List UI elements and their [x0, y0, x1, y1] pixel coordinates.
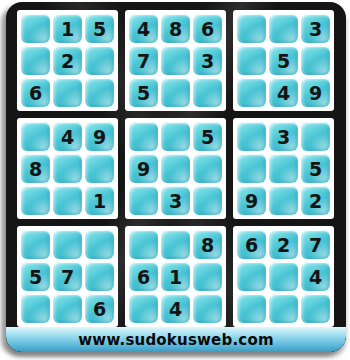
- cell-r9c1[interactable]: [21, 294, 50, 323]
- cell-r5c3[interactable]: [85, 154, 114, 183]
- website-banner: www.sudokusweb.com: [6, 327, 346, 352]
- box-3-3: 6274: [233, 226, 334, 327]
- cell-r2c9[interactable]: [301, 46, 330, 75]
- cell-r1c9[interactable]: 3: [301, 14, 330, 43]
- cell-r6c7[interactable]: 9: [237, 186, 266, 215]
- cell-r7c7[interactable]: 6: [237, 230, 266, 259]
- cell-r9c8[interactable]: [269, 294, 298, 323]
- cell-r8c6[interactable]: [193, 262, 222, 291]
- cell-r1c6[interactable]: 6: [193, 14, 222, 43]
- box-2-3: 3592: [233, 118, 334, 219]
- cell-r3c5[interactable]: [161, 78, 190, 107]
- sudoku-board: 152648673535494981593359257686146274 www…: [6, 2, 346, 352]
- cell-r5c1[interactable]: 8: [21, 154, 50, 183]
- cell-r3c7[interactable]: [237, 78, 266, 107]
- cell-r7c2[interactable]: [53, 230, 82, 259]
- cell-r3c2[interactable]: [53, 78, 82, 107]
- cell-r2c4[interactable]: 7: [129, 46, 158, 75]
- cell-r4c2[interactable]: 4: [53, 122, 82, 151]
- cell-r3c8[interactable]: 4: [269, 78, 298, 107]
- cell-r7c6[interactable]: 8: [193, 230, 222, 259]
- cell-r6c5[interactable]: 3: [161, 186, 190, 215]
- cell-r2c1[interactable]: [21, 46, 50, 75]
- sudoku-grid: 152648673535494981593359257686146274: [17, 10, 334, 327]
- cell-r8c4[interactable]: 6: [129, 262, 158, 291]
- cell-r1c1[interactable]: [21, 14, 50, 43]
- cell-r8c5[interactable]: 1: [161, 262, 190, 291]
- cell-r4c3[interactable]: 9: [85, 122, 114, 151]
- cell-r1c7[interactable]: [237, 14, 266, 43]
- cell-r2c8[interactable]: 5: [269, 46, 298, 75]
- box-2-1: 4981: [17, 118, 118, 219]
- cell-r3c3[interactable]: [85, 78, 114, 107]
- cell-r9c5[interactable]: 4: [161, 294, 190, 323]
- cell-r4c4[interactable]: [129, 122, 158, 151]
- cell-r8c8[interactable]: [269, 262, 298, 291]
- box-3-2: 8614: [125, 226, 226, 327]
- cell-r1c4[interactable]: 4: [129, 14, 158, 43]
- cell-r9c7[interactable]: [237, 294, 266, 323]
- cell-r9c6[interactable]: [193, 294, 222, 323]
- cell-r9c2[interactable]: [53, 294, 82, 323]
- cell-r4c6[interactable]: 5: [193, 122, 222, 151]
- cell-r1c2[interactable]: 1: [53, 14, 82, 43]
- box-1-1: 1526: [17, 10, 118, 111]
- cell-r8c7[interactable]: [237, 262, 266, 291]
- cell-r8c9[interactable]: 4: [301, 262, 330, 291]
- cell-r4c5[interactable]: [161, 122, 190, 151]
- cell-r1c3[interactable]: 5: [85, 14, 114, 43]
- cell-r2c3[interactable]: [85, 46, 114, 75]
- cell-r5c5[interactable]: [161, 154, 190, 183]
- box-3-1: 576: [17, 226, 118, 327]
- cell-r8c3[interactable]: [85, 262, 114, 291]
- cell-r5c8[interactable]: [269, 154, 298, 183]
- cell-r6c1[interactable]: [21, 186, 50, 215]
- cell-r7c3[interactable]: [85, 230, 114, 259]
- box-1-2: 486735: [125, 10, 226, 111]
- box-2-2: 593: [125, 118, 226, 219]
- cell-r6c3[interactable]: 1: [85, 186, 114, 215]
- cell-r1c5[interactable]: 8: [161, 14, 190, 43]
- cell-r4c8[interactable]: 3: [269, 122, 298, 151]
- cell-r2c2[interactable]: 2: [53, 46, 82, 75]
- cell-r9c3[interactable]: 6: [85, 294, 114, 323]
- cell-r3c4[interactable]: 5: [129, 78, 158, 107]
- cell-r5c4[interactable]: 9: [129, 154, 158, 183]
- cell-r7c8[interactable]: 2: [269, 230, 298, 259]
- cell-r8c1[interactable]: 5: [21, 262, 50, 291]
- cell-r3c1[interactable]: 6: [21, 78, 50, 107]
- cell-r6c9[interactable]: 2: [301, 186, 330, 215]
- box-1-3: 3549: [233, 10, 334, 111]
- cell-r2c6[interactable]: 3: [193, 46, 222, 75]
- cell-r4c1[interactable]: [21, 122, 50, 151]
- cell-r5c2[interactable]: [53, 154, 82, 183]
- cell-r9c4[interactable]: [129, 294, 158, 323]
- sudoku-page: 152648673535494981593359257686146274 www…: [0, 0, 350, 360]
- cell-r1c8[interactable]: [269, 14, 298, 43]
- cell-r5c9[interactable]: 5: [301, 154, 330, 183]
- cell-r7c4[interactable]: [129, 230, 158, 259]
- cell-r4c7[interactable]: [237, 122, 266, 151]
- cell-r6c6[interactable]: [193, 186, 222, 215]
- cell-r9c9[interactable]: [301, 294, 330, 323]
- cell-r5c7[interactable]: [237, 154, 266, 183]
- cell-r7c5[interactable]: [161, 230, 190, 259]
- cell-r7c1[interactable]: [21, 230, 50, 259]
- cell-r7c9[interactable]: 7: [301, 230, 330, 259]
- cell-r3c6[interactable]: [193, 78, 222, 107]
- website-link[interactable]: www.sudokusweb.com: [78, 331, 273, 349]
- cell-r6c2[interactable]: [53, 186, 82, 215]
- cell-r6c4[interactable]: [129, 186, 158, 215]
- cell-r6c8[interactable]: [269, 186, 298, 215]
- cell-r3c9[interactable]: 9: [301, 78, 330, 107]
- cell-r4c9[interactable]: [301, 122, 330, 151]
- cell-r2c7[interactable]: [237, 46, 266, 75]
- cell-r8c2[interactable]: 7: [53, 262, 82, 291]
- cell-r2c5[interactable]: [161, 46, 190, 75]
- cell-r5c6[interactable]: [193, 154, 222, 183]
